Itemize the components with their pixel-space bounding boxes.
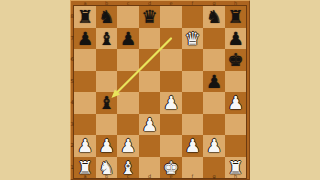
white-knight[interactable]: ♞ bbox=[98, 158, 114, 176]
black-queen[interactable]: ♛ bbox=[141, 8, 157, 26]
black-pawn[interactable]: ♟ bbox=[120, 29, 136, 47]
square-g5[interactable]: ♟ bbox=[203, 71, 225, 93]
square-d3[interactable]: ♟ bbox=[139, 114, 161, 136]
file-label-f-top: f bbox=[182, 1, 204, 6]
black-rook[interactable]: ♜ bbox=[227, 8, 243, 26]
square-f5[interactable] bbox=[182, 71, 204, 93]
white-pawn[interactable]: ♟ bbox=[141, 115, 157, 133]
square-d6[interactable] bbox=[139, 49, 161, 71]
board-squares: ♜♞♛♞♜♟♝♟♛♟♚♟♝♟♟♟♟♟♟♟♟♜♞♝♚♜ bbox=[74, 6, 246, 178]
square-a5[interactable] bbox=[74, 71, 96, 93]
chess-board: ♜♞♛♞♜♟♝♟♛♟♚♟♝♟♟♟♟♟♟♟♟♜♞♝♚♜ aabbccddeeffg… bbox=[70, 0, 250, 180]
square-d2[interactable] bbox=[139, 135, 161, 157]
square-e4[interactable]: ♟ bbox=[160, 92, 182, 114]
square-g6[interactable] bbox=[203, 49, 225, 71]
black-bishop[interactable]: ♝ bbox=[98, 94, 114, 112]
square-h8[interactable]: ♜ bbox=[225, 6, 247, 28]
white-rook[interactable]: ♜ bbox=[77, 158, 93, 176]
square-b3[interactable] bbox=[96, 114, 118, 136]
square-h2[interactable] bbox=[225, 135, 247, 157]
square-c8[interactable] bbox=[117, 6, 139, 28]
white-pawn[interactable]: ♟ bbox=[163, 94, 179, 112]
square-c5[interactable] bbox=[117, 71, 139, 93]
white-king[interactable]: ♚ bbox=[163, 158, 179, 176]
square-e1[interactable]: ♚ bbox=[160, 157, 182, 179]
square-f7[interactable]: ♛ bbox=[182, 28, 204, 50]
square-f4[interactable] bbox=[182, 92, 204, 114]
black-pawn[interactable]: ♟ bbox=[77, 29, 93, 47]
black-pawn[interactable]: ♟ bbox=[206, 72, 222, 90]
square-d5[interactable] bbox=[139, 71, 161, 93]
white-pawn[interactable]: ♟ bbox=[98, 137, 114, 155]
square-h7[interactable]: ♟ bbox=[225, 28, 247, 50]
square-e5[interactable] bbox=[160, 71, 182, 93]
square-g1[interactable] bbox=[203, 157, 225, 179]
square-a4[interactable] bbox=[74, 92, 96, 114]
white-pawn[interactable]: ♟ bbox=[206, 137, 222, 155]
black-king[interactable]: ♚ bbox=[227, 51, 243, 69]
square-g8[interactable]: ♞ bbox=[203, 6, 225, 28]
square-g7[interactable] bbox=[203, 28, 225, 50]
square-a1[interactable]: ♜ bbox=[74, 157, 96, 179]
white-pawn[interactable]: ♟ bbox=[184, 137, 200, 155]
square-c2[interactable]: ♟ bbox=[117, 135, 139, 157]
white-pawn[interactable]: ♟ bbox=[120, 137, 136, 155]
square-d1[interactable] bbox=[139, 157, 161, 179]
black-rook[interactable]: ♜ bbox=[77, 8, 93, 26]
square-g3[interactable] bbox=[203, 114, 225, 136]
black-bishop[interactable]: ♝ bbox=[98, 29, 114, 47]
file-label-e-top: e bbox=[160, 1, 182, 6]
square-b7[interactable]: ♝ bbox=[96, 28, 118, 50]
square-b1[interactable]: ♞ bbox=[96, 157, 118, 179]
square-g2[interactable]: ♟ bbox=[203, 135, 225, 157]
square-h6[interactable]: ♚ bbox=[225, 49, 247, 71]
square-b6[interactable] bbox=[96, 49, 118, 71]
square-h4[interactable]: ♟ bbox=[225, 92, 247, 114]
square-h1[interactable]: ♜ bbox=[225, 157, 247, 179]
page-background: ♜♞♛♞♜♟♝♟♛♟♚♟♝♟♟♟♟♟♟♟♟♜♞♝♚♜ aabbccddeeffg… bbox=[0, 0, 320, 180]
square-c4[interactable] bbox=[117, 92, 139, 114]
square-d4[interactable] bbox=[139, 92, 161, 114]
square-e7[interactable] bbox=[160, 28, 182, 50]
square-h3[interactable] bbox=[225, 114, 247, 136]
square-f2[interactable]: ♟ bbox=[182, 135, 204, 157]
square-b4[interactable]: ♝ bbox=[96, 92, 118, 114]
square-d7[interactable] bbox=[139, 28, 161, 50]
square-f3[interactable] bbox=[182, 114, 204, 136]
square-f6[interactable] bbox=[182, 49, 204, 71]
square-d8[interactable]: ♛ bbox=[139, 6, 161, 28]
square-c7[interactable]: ♟ bbox=[117, 28, 139, 50]
square-c6[interactable] bbox=[117, 49, 139, 71]
square-a3[interactable] bbox=[74, 114, 96, 136]
square-e3[interactable] bbox=[160, 114, 182, 136]
square-h5[interactable] bbox=[225, 71, 247, 93]
square-g4[interactable] bbox=[203, 92, 225, 114]
square-b2[interactable]: ♟ bbox=[96, 135, 118, 157]
square-f8[interactable] bbox=[182, 6, 204, 28]
square-c3[interactable] bbox=[117, 114, 139, 136]
square-a6[interactable] bbox=[74, 49, 96, 71]
white-pawn[interactable]: ♟ bbox=[227, 94, 243, 112]
black-pawn[interactable]: ♟ bbox=[227, 29, 243, 47]
square-a7[interactable]: ♟ bbox=[74, 28, 96, 50]
square-a2[interactable]: ♟ bbox=[74, 135, 96, 157]
square-f1[interactable] bbox=[182, 157, 204, 179]
file-label-c-top: c bbox=[117, 1, 139, 6]
white-bishop[interactable]: ♝ bbox=[120, 158, 136, 176]
white-pawn[interactable]: ♟ bbox=[77, 137, 93, 155]
square-a8[interactable]: ♜ bbox=[74, 6, 96, 28]
square-e2[interactable] bbox=[160, 135, 182, 157]
square-b5[interactable] bbox=[96, 71, 118, 93]
square-e8[interactable] bbox=[160, 6, 182, 28]
square-c1[interactable]: ♝ bbox=[117, 157, 139, 179]
black-knight[interactable]: ♞ bbox=[98, 8, 114, 26]
square-e6[interactable] bbox=[160, 49, 182, 71]
white-rook[interactable]: ♜ bbox=[227, 158, 243, 176]
white-queen[interactable]: ♛ bbox=[184, 29, 200, 47]
square-b8[interactable]: ♞ bbox=[96, 6, 118, 28]
black-knight[interactable]: ♞ bbox=[206, 8, 222, 26]
